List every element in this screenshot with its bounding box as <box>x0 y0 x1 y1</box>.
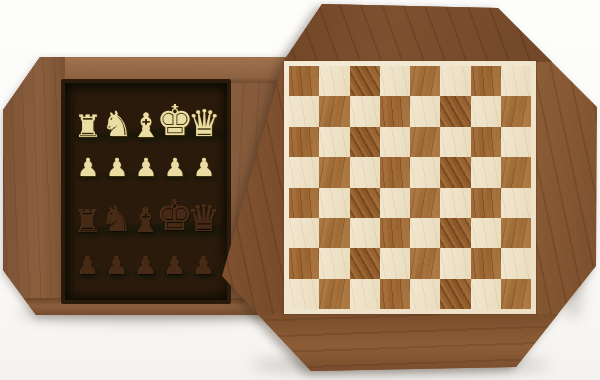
board-square[interactable] <box>501 218 531 248</box>
board-square[interactable] <box>501 188 531 218</box>
board-square[interactable] <box>471 248 501 278</box>
board-square[interactable] <box>501 279 531 309</box>
lid-bottom-wood <box>222 314 600 380</box>
board-square[interactable] <box>410 279 440 309</box>
board-square[interactable] <box>289 66 319 96</box>
board-square[interactable] <box>380 157 410 187</box>
board-square[interactable] <box>440 157 470 187</box>
board-square[interactable] <box>501 157 531 187</box>
chessboard <box>284 61 536 314</box>
board-lid <box>0 0 600 380</box>
lid-top-wood <box>222 0 600 62</box>
board-square[interactable] <box>471 127 501 157</box>
board-square[interactable] <box>410 127 440 157</box>
board-grid <box>289 66 531 309</box>
board-square[interactable] <box>501 248 531 278</box>
board-square[interactable] <box>501 96 531 126</box>
board-square[interactable] <box>289 157 319 187</box>
board-square[interactable] <box>380 248 410 278</box>
board-square[interactable] <box>471 66 501 96</box>
board-square[interactable] <box>380 218 410 248</box>
board-square[interactable] <box>440 66 470 96</box>
board-square[interactable] <box>319 248 349 278</box>
board-square[interactable] <box>319 218 349 248</box>
board-square[interactable] <box>410 188 440 218</box>
board-square[interactable] <box>410 218 440 248</box>
board-square[interactable] <box>501 66 531 96</box>
board-square[interactable] <box>501 127 531 157</box>
board-square[interactable] <box>350 66 380 96</box>
board-square[interactable] <box>471 96 501 126</box>
lid-right-wood <box>530 55 600 285</box>
board-square[interactable] <box>350 188 380 218</box>
board-square[interactable] <box>440 279 470 309</box>
board-square[interactable] <box>410 248 440 278</box>
board-square[interactable] <box>440 188 470 218</box>
board-square[interactable] <box>350 248 380 278</box>
board-square[interactable] <box>440 218 470 248</box>
board-square[interactable] <box>289 188 319 218</box>
board-square[interactable] <box>319 127 349 157</box>
board-square[interactable] <box>440 96 470 126</box>
board-square[interactable] <box>410 96 440 126</box>
board-square[interactable] <box>289 127 319 157</box>
board-square[interactable] <box>440 248 470 278</box>
board-square[interactable] <box>289 248 319 278</box>
board-lid-wrap <box>0 0 600 380</box>
board-square[interactable] <box>350 218 380 248</box>
board-square[interactable] <box>410 157 440 187</box>
board-square[interactable] <box>440 127 470 157</box>
board-square[interactable] <box>319 279 349 309</box>
board-square[interactable] <box>319 157 349 187</box>
board-square[interactable] <box>380 127 410 157</box>
board-square[interactable] <box>350 157 380 187</box>
board-square[interactable] <box>380 66 410 96</box>
board-square[interactable] <box>471 279 501 309</box>
board-square[interactable] <box>380 188 410 218</box>
board-square[interactable] <box>410 66 440 96</box>
board-square[interactable] <box>319 66 349 96</box>
board-square[interactable] <box>289 218 319 248</box>
board-square[interactable] <box>471 218 501 248</box>
board-square[interactable] <box>350 279 380 309</box>
board-square[interactable] <box>471 188 501 218</box>
board-square[interactable] <box>289 279 319 309</box>
board-square[interactable] <box>289 96 319 126</box>
board-square[interactable] <box>350 96 380 126</box>
board-square[interactable] <box>319 188 349 218</box>
board-square[interactable] <box>380 279 410 309</box>
board-square[interactable] <box>319 96 349 126</box>
board-square[interactable] <box>471 157 501 187</box>
chess-set-photo: ♜♞♝♚♛♟♟♟♟♟♜♞♝♚♛♟♟♟♟♟ <box>0 0 600 380</box>
board-square[interactable] <box>380 96 410 126</box>
board-square[interactable] <box>350 127 380 157</box>
